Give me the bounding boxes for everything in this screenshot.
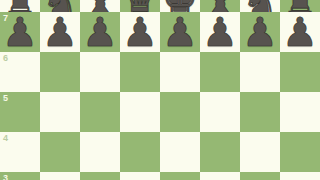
square-b6[interactable] <box>40 52 80 92</box>
square-h8[interactable]: ♜ <box>280 0 320 12</box>
black-pawn[interactable]: ♟ <box>40 12 80 52</box>
square-h4[interactable] <box>280 132 320 172</box>
square-h5[interactable] <box>280 92 320 132</box>
black-pawn[interactable]: ♟ <box>200 12 240 52</box>
square-h3[interactable] <box>280 172 320 180</box>
square-e5[interactable] <box>160 92 200 132</box>
square-c8[interactable]: ♝ <box>80 0 120 12</box>
square-a7[interactable]: 7♟ <box>0 12 40 52</box>
black-bishop[interactable]: ♝ <box>80 0 120 12</box>
black-pawn[interactable]: ♟ <box>120 12 160 52</box>
chess-board: ♜♞♝♛♚♝♞♜7♟♟♟♟♟♟♟♟6543 <box>0 0 320 180</box>
square-e7[interactable]: ♟ <box>160 12 200 52</box>
square-a6[interactable]: 6 <box>0 52 40 92</box>
black-pawn[interactable]: ♟ <box>80 12 120 52</box>
square-c3[interactable] <box>80 172 120 180</box>
square-d4[interactable] <box>120 132 160 172</box>
square-g4[interactable] <box>240 132 280 172</box>
rank-label-5: 5 <box>3 93 8 103</box>
square-e4[interactable] <box>160 132 200 172</box>
square-e8[interactable]: ♚ <box>160 0 200 12</box>
square-a3[interactable]: 3 <box>0 172 40 180</box>
square-f3[interactable] <box>200 172 240 180</box>
square-e3[interactable] <box>160 172 200 180</box>
square-a5[interactable]: 5 <box>0 92 40 132</box>
square-b4[interactable] <box>40 132 80 172</box>
black-bishop[interactable]: ♝ <box>200 0 240 12</box>
square-f6[interactable] <box>200 52 240 92</box>
black-pawn[interactable]: ♟ <box>160 12 200 52</box>
black-pawn[interactable]: ♟ <box>280 12 320 52</box>
black-knight[interactable]: ♞ <box>40 0 80 12</box>
square-d6[interactable] <box>120 52 160 92</box>
rank-label-4: 4 <box>3 133 8 143</box>
square-d7[interactable]: ♟ <box>120 12 160 52</box>
black-rook[interactable]: ♜ <box>280 0 320 12</box>
square-c5[interactable] <box>80 92 120 132</box>
square-f8[interactable]: ♝ <box>200 0 240 12</box>
black-king[interactable]: ♚ <box>160 0 200 12</box>
square-a8[interactable]: ♜ <box>0 0 40 12</box>
square-e6[interactable] <box>160 52 200 92</box>
square-g7[interactable]: ♟ <box>240 12 280 52</box>
square-b8[interactable]: ♞ <box>40 0 80 12</box>
square-g5[interactable] <box>240 92 280 132</box>
square-g8[interactable]: ♞ <box>240 0 280 12</box>
square-f7[interactable]: ♟ <box>200 12 240 52</box>
black-pawn[interactable]: ♟ <box>0 12 40 52</box>
square-h7[interactable]: ♟ <box>280 12 320 52</box>
chess-board-viewport: ♜♞♝♛♚♝♞♜7♟♟♟♟♟♟♟♟6543 <box>0 0 320 180</box>
rank-label-6: 6 <box>3 53 8 63</box>
square-d8[interactable]: ♛ <box>120 0 160 12</box>
square-a4[interactable]: 4 <box>0 132 40 172</box>
square-b7[interactable]: ♟ <box>40 12 80 52</box>
black-rook[interactable]: ♜ <box>0 0 40 12</box>
square-f4[interactable] <box>200 132 240 172</box>
black-knight[interactable]: ♞ <box>240 0 280 12</box>
square-h6[interactable] <box>280 52 320 92</box>
square-d5[interactable] <box>120 92 160 132</box>
square-c4[interactable] <box>80 132 120 172</box>
rank-label-3: 3 <box>3 173 8 180</box>
square-d3[interactable] <box>120 172 160 180</box>
square-g3[interactable] <box>240 172 280 180</box>
square-c7[interactable]: ♟ <box>80 12 120 52</box>
black-pawn[interactable]: ♟ <box>240 12 280 52</box>
square-b5[interactable] <box>40 92 80 132</box>
square-c6[interactable] <box>80 52 120 92</box>
black-queen[interactable]: ♛ <box>120 0 160 12</box>
square-g6[interactable] <box>240 52 280 92</box>
square-b3[interactable] <box>40 172 80 180</box>
square-f5[interactable] <box>200 92 240 132</box>
